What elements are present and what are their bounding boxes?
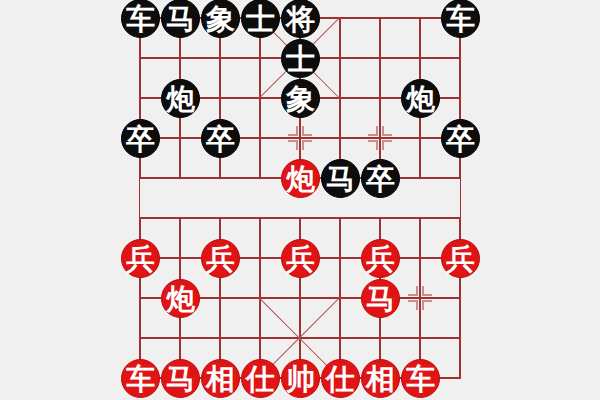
red-soldier[interactable]: 兵	[201, 239, 240, 278]
red-cannon[interactable]: 炮	[281, 159, 320, 198]
river-cell	[180, 178, 220, 218]
board-cell	[260, 298, 300, 338]
river-cell	[220, 178, 260, 218]
board-cell	[340, 98, 380, 138]
red-horse[interactable]: 马	[361, 279, 400, 318]
red-soldier[interactable]: 兵	[281, 239, 320, 278]
black-soldier[interactable]: 卒	[201, 119, 240, 158]
board-cell	[220, 298, 260, 338]
black-general[interactable]: 将	[281, 0, 320, 38]
black-chariot[interactable]: 车	[441, 0, 480, 38]
board-cell	[380, 18, 420, 58]
black-elephant[interactable]: 象	[201, 0, 240, 38]
board-cell	[420, 298, 460, 338]
black-horse[interactable]: 马	[161, 0, 200, 38]
xiangqi-board[interactable]: 车马象士将车士炮象炮卒卒卒炮马卒兵兵兵兵兵炮马车马相仕帅仕相车	[139, 17, 461, 379]
river-cell	[420, 178, 460, 218]
red-soldier[interactable]: 兵	[121, 239, 160, 278]
red-cannon[interactable]: 炮	[161, 279, 200, 318]
board-cell	[340, 18, 380, 58]
red-soldier[interactable]: 兵	[361, 239, 400, 278]
red-chariot[interactable]: 车	[401, 359, 440, 398]
board-cell	[220, 58, 260, 98]
black-cannon[interactable]: 炮	[161, 79, 200, 118]
xiangqi-screen: 车马象士将车士炮象炮卒卒卒炮马卒兵兵兵兵兵炮马车马相仕帅仕相车	[0, 0, 600, 400]
black-chariot[interactable]: 车	[121, 0, 160, 38]
black-soldier[interactable]: 卒	[441, 119, 480, 158]
red-advisor[interactable]: 仕	[321, 359, 360, 398]
red-chariot[interactable]: 车	[121, 359, 160, 398]
black-advisor[interactable]: 士	[281, 39, 320, 78]
river-cell	[140, 178, 180, 218]
black-soldier[interactable]: 卒	[121, 119, 160, 158]
black-cannon[interactable]: 炮	[401, 79, 440, 118]
red-elephant[interactable]: 相	[361, 359, 400, 398]
board-cell	[340, 58, 380, 98]
red-soldier[interactable]: 兵	[441, 239, 480, 278]
red-advisor[interactable]: 仕	[241, 359, 280, 398]
red-general[interactable]: 帅	[281, 359, 320, 398]
black-horse[interactable]: 马	[321, 159, 360, 198]
black-advisor[interactable]: 士	[241, 0, 280, 38]
red-elephant[interactable]: 相	[201, 359, 240, 398]
red-horse[interactable]: 马	[161, 359, 200, 398]
board-cell	[300, 298, 340, 338]
black-elephant[interactable]: 象	[281, 79, 320, 118]
black-soldier[interactable]: 卒	[361, 159, 400, 198]
